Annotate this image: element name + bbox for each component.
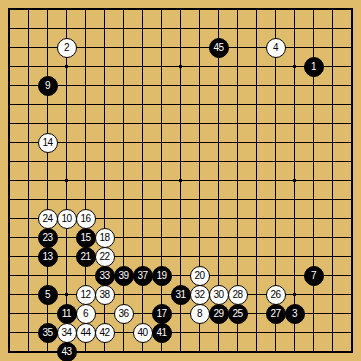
stone-black-move-27-P3[interactable]: 27 <box>266 304 286 324</box>
stone-black-move-35-C2[interactable]: 35 <box>38 323 58 343</box>
stone-white-move-16-E8[interactable]: 16 <box>76 209 96 229</box>
move-number: 27 <box>270 309 280 319</box>
move-number: 20 <box>194 271 204 281</box>
move-number: 40 <box>137 328 147 338</box>
stone-white-move-2-D17[interactable]: 2 <box>57 38 77 58</box>
move-number: 42 <box>99 328 109 338</box>
move-number: 4 <box>273 43 278 53</box>
move-number: 6 <box>83 309 88 319</box>
move-number: 21 <box>80 252 90 262</box>
stone-white-move-6-E3[interactable]: 6 <box>76 304 96 324</box>
move-number: 17 <box>156 309 166 319</box>
stone-black-move-33-F5[interactable]: 33 <box>95 266 115 286</box>
move-number: 9 <box>45 81 50 91</box>
stone-white-move-10-D8[interactable]: 10 <box>57 209 77 229</box>
stone-black-move-37-H5[interactable]: 37 <box>133 266 153 286</box>
move-number: 13 <box>42 252 52 262</box>
stone-white-move-8-L3[interactable]: 8 <box>190 304 210 324</box>
stone-black-move-39-G5[interactable]: 39 <box>114 266 134 286</box>
move-number: 14 <box>42 138 52 148</box>
move-number: 12 <box>80 290 90 300</box>
move-number: 36 <box>118 309 128 319</box>
stone-white-move-26-P4[interactable]: 26 <box>266 285 286 305</box>
stone-white-move-12-E4[interactable]: 12 <box>76 285 96 305</box>
star-point-K10 <box>179 179 182 182</box>
stone-black-move-45-M17[interactable]: 45 <box>209 38 229 58</box>
move-number: 3 <box>292 309 297 319</box>
star-point-D10 <box>65 179 68 182</box>
stone-black-move-11-D3[interactable]: 11 <box>57 304 77 324</box>
stone-black-move-5-C4[interactable]: 5 <box>38 285 58 305</box>
stone-black-move-21-E6[interactable]: 21 <box>76 247 96 267</box>
stone-black-move-19-J5[interactable]: 19 <box>152 266 172 286</box>
stone-black-move-9-C15[interactable]: 9 <box>38 76 58 96</box>
star-point-Q4 <box>293 293 296 296</box>
move-number: 26 <box>270 290 280 300</box>
stone-white-move-18-F7[interactable]: 18 <box>95 228 115 248</box>
stone-white-move-20-L5[interactable]: 20 <box>190 266 210 286</box>
move-number: 18 <box>99 233 109 243</box>
stone-white-move-36-G3[interactable]: 36 <box>114 304 134 324</box>
star-point-D4 <box>65 293 68 296</box>
move-number: 16 <box>80 214 90 224</box>
stone-white-move-4-P17[interactable]: 4 <box>266 38 286 58</box>
stone-black-move-41-J2[interactable]: 41 <box>152 323 172 343</box>
stone-white-move-28-N4[interactable]: 28 <box>228 285 248 305</box>
move-number: 31 <box>175 290 185 300</box>
stone-white-move-22-F6[interactable]: 22 <box>95 247 115 267</box>
star-point-Q16 <box>293 65 296 68</box>
move-number: 2 <box>64 43 69 53</box>
stone-black-move-7-R5[interactable]: 7 <box>304 266 324 286</box>
move-number: 19 <box>156 271 166 281</box>
move-number: 30 <box>213 290 223 300</box>
stone-black-move-3-Q3[interactable]: 3 <box>285 304 305 324</box>
go-board[interactable]: 1234567891011121314151617181920212223242… <box>0 0 361 361</box>
move-number: 10 <box>61 214 71 224</box>
stone-black-move-23-C7[interactable]: 23 <box>38 228 58 248</box>
star-point-D16 <box>65 65 68 68</box>
move-number: 41 <box>156 328 166 338</box>
move-number: 44 <box>80 328 90 338</box>
move-number: 38 <box>99 290 109 300</box>
stone-white-move-44-E2[interactable]: 44 <box>76 323 96 343</box>
stone-white-move-30-M4[interactable]: 30 <box>209 285 229 305</box>
stone-black-move-13-C6[interactable]: 13 <box>38 247 58 267</box>
move-number: 15 <box>80 233 90 243</box>
move-number: 23 <box>42 233 52 243</box>
stone-black-move-15-E7[interactable]: 15 <box>76 228 96 248</box>
stone-white-move-40-H2[interactable]: 40 <box>133 323 153 343</box>
stone-white-move-14-C12[interactable]: 14 <box>38 133 58 153</box>
move-number: 43 <box>61 347 71 357</box>
move-number: 28 <box>232 290 242 300</box>
move-number: 32 <box>194 290 204 300</box>
stone-white-move-32-L4[interactable]: 32 <box>190 285 210 305</box>
move-number: 33 <box>99 271 109 281</box>
move-number: 37 <box>137 271 147 281</box>
stone-black-move-1-R16[interactable]: 1 <box>304 57 324 77</box>
move-number: 5 <box>45 290 50 300</box>
move-number: 8 <box>197 309 202 319</box>
stone-black-move-17-J3[interactable]: 17 <box>152 304 172 324</box>
move-number: 29 <box>213 309 223 319</box>
move-number: 7 <box>311 271 316 281</box>
star-point-Q10 <box>293 179 296 182</box>
move-number: 35 <box>42 328 52 338</box>
move-number: 1 <box>311 62 316 72</box>
stone-white-move-34-D2[interactable]: 34 <box>57 323 77 343</box>
stone-white-move-38-F4[interactable]: 38 <box>95 285 115 305</box>
stone-black-move-25-N3[interactable]: 25 <box>228 304 248 324</box>
stone-black-move-31-K4[interactable]: 31 <box>171 285 191 305</box>
move-number: 39 <box>118 271 128 281</box>
move-number: 25 <box>232 309 242 319</box>
move-number: 34 <box>61 328 71 338</box>
star-point-K16 <box>179 65 182 68</box>
stone-black-move-43-D1[interactable]: 43 <box>57 342 77 361</box>
move-number: 45 <box>213 43 223 53</box>
stone-black-move-29-M3[interactable]: 29 <box>209 304 229 324</box>
move-number: 24 <box>42 214 52 224</box>
move-number: 11 <box>62 309 71 319</box>
stone-white-move-42-F2[interactable]: 42 <box>95 323 115 343</box>
stone-white-move-24-C8[interactable]: 24 <box>38 209 58 229</box>
move-number: 22 <box>99 252 109 262</box>
